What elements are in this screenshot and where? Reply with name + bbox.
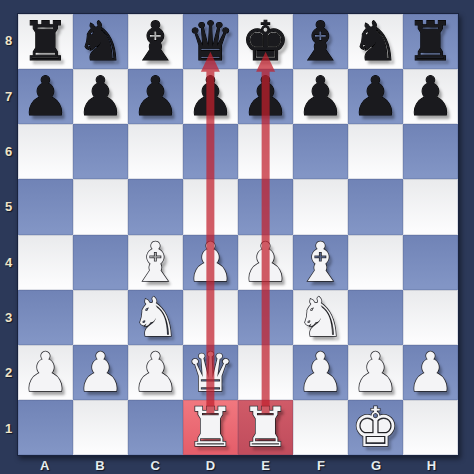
square-e3[interactable] — [238, 290, 293, 345]
square-f4[interactable]: ♝ — [293, 235, 348, 290]
piece-white-pawn-b2[interactable]: ♟ — [76, 345, 124, 400]
square-e7[interactable]: ♟ — [238, 69, 293, 124]
piece-white-pawn-e4[interactable]: ♟ — [241, 235, 289, 290]
square-c5[interactable] — [128, 179, 183, 234]
square-d6[interactable] — [183, 124, 238, 179]
square-h4[interactable] — [403, 235, 458, 290]
piece-black-rook-a8[interactable]: ♜ — [21, 14, 69, 69]
square-g2[interactable]: ♟ — [348, 345, 403, 400]
square-f2[interactable]: ♟ — [293, 345, 348, 400]
square-f7[interactable]: ♟ — [293, 69, 348, 124]
square-c6[interactable] — [128, 124, 183, 179]
rank-label-8: 8 — [0, 13, 17, 68]
piece-black-pawn-d7[interactable]: ♟ — [186, 69, 234, 124]
piece-white-knight-f3[interactable]: ♞ — [296, 290, 344, 345]
square-c8[interactable]: ♝ — [128, 14, 183, 69]
square-g4[interactable] — [348, 235, 403, 290]
file-label-b: B — [72, 456, 127, 474]
square-d5[interactable] — [183, 179, 238, 234]
square-a1[interactable] — [18, 400, 73, 455]
square-c7[interactable]: ♟ — [128, 69, 183, 124]
square-h6[interactable] — [403, 124, 458, 179]
square-g1[interactable]: ♚ — [348, 400, 403, 455]
piece-white-king-g1[interactable]: ♚ — [351, 400, 399, 455]
square-f1[interactable] — [293, 400, 348, 455]
square-g5[interactable] — [348, 179, 403, 234]
piece-white-pawn-f2[interactable]: ♟ — [296, 345, 344, 400]
rank-label-4: 4 — [0, 235, 17, 290]
piece-black-pawn-f7[interactable]: ♟ — [296, 69, 344, 124]
square-a8[interactable]: ♜ — [18, 14, 73, 69]
piece-white-rook-e1[interactable]: ♜ — [241, 400, 289, 455]
square-e6[interactable] — [238, 124, 293, 179]
square-e4[interactable]: ♟ — [238, 235, 293, 290]
square-h5[interactable] — [403, 179, 458, 234]
piece-black-knight-b8[interactable]: ♞ — [76, 14, 124, 69]
file-label-c: C — [128, 456, 183, 474]
file-label-h: H — [404, 456, 459, 474]
square-e5[interactable] — [238, 179, 293, 234]
piece-white-queen-d2[interactable]: ♛ — [186, 345, 234, 400]
rank-label-2: 2 — [0, 345, 17, 400]
piece-white-rook-d1[interactable]: ♜ — [186, 400, 234, 455]
square-e1[interactable]: ♜ — [238, 400, 293, 455]
piece-white-pawn-g2[interactable]: ♟ — [351, 345, 399, 400]
chess-board: ♜♞♝♛♚♝♞♜♟♟♟♟♟♟♟♟♝♟♟♝♞♞♟♟♟♛♟♟♟♜♜♚ — [17, 13, 459, 456]
rank-label-5: 5 — [0, 179, 17, 234]
square-b6[interactable] — [73, 124, 128, 179]
piece-black-pawn-c7[interactable]: ♟ — [131, 69, 179, 124]
square-a3[interactable] — [18, 290, 73, 345]
piece-black-pawn-h7[interactable]: ♟ — [406, 69, 454, 124]
square-h8[interactable]: ♜ — [403, 14, 458, 69]
square-b8[interactable]: ♞ — [73, 14, 128, 69]
piece-black-queen-d8[interactable]: ♛ — [186, 14, 234, 69]
square-c4[interactable]: ♝ — [128, 235, 183, 290]
square-f6[interactable] — [293, 124, 348, 179]
square-d7[interactable]: ♟ — [183, 69, 238, 124]
square-d4[interactable]: ♟ — [183, 235, 238, 290]
piece-white-bishop-f4[interactable]: ♝ — [296, 235, 344, 290]
piece-black-king-e8[interactable]: ♚ — [241, 14, 289, 69]
square-c2[interactable]: ♟ — [128, 345, 183, 400]
square-b5[interactable] — [73, 179, 128, 234]
piece-black-rook-h8[interactable]: ♜ — [406, 14, 454, 69]
piece-white-pawn-d4[interactable]: ♟ — [186, 235, 234, 290]
piece-black-pawn-e7[interactable]: ♟ — [241, 69, 289, 124]
square-f5[interactable] — [293, 179, 348, 234]
square-e8[interactable]: ♚ — [238, 14, 293, 69]
square-b7[interactable]: ♟ — [73, 69, 128, 124]
piece-white-pawn-a2[interactable]: ♟ — [21, 345, 69, 400]
piece-black-pawn-a7[interactable]: ♟ — [21, 69, 69, 124]
board-frame: 87654321 ABCDEFGH ♜♞♝♛♚♝♞♜♟♟♟♟♟♟♟♟♝♟♟♝♞♞… — [0, 0, 474, 474]
piece-white-knight-c3[interactable]: ♞ — [131, 290, 179, 345]
rank-coordinates: 87654321 — [0, 13, 17, 456]
square-h2[interactable]: ♟ — [403, 345, 458, 400]
square-e2[interactable] — [238, 345, 293, 400]
square-b4[interactable] — [73, 235, 128, 290]
square-a4[interactable] — [18, 235, 73, 290]
piece-black-bishop-c8[interactable]: ♝ — [131, 14, 179, 69]
file-label-f: F — [293, 456, 348, 474]
square-a7[interactable]: ♟ — [18, 69, 73, 124]
rank-label-3: 3 — [0, 290, 17, 345]
rank-label-1: 1 — [0, 401, 17, 456]
rank-label-7: 7 — [0, 68, 17, 123]
square-c3[interactable]: ♞ — [128, 290, 183, 345]
square-d2[interactable]: ♛ — [183, 345, 238, 400]
square-a6[interactable] — [18, 124, 73, 179]
square-g3[interactable] — [348, 290, 403, 345]
piece-black-pawn-g7[interactable]: ♟ — [351, 69, 399, 124]
square-h1[interactable] — [403, 400, 458, 455]
square-g7[interactable]: ♟ — [348, 69, 403, 124]
square-d8[interactable]: ♛ — [183, 14, 238, 69]
square-g6[interactable] — [348, 124, 403, 179]
piece-black-pawn-b7[interactable]: ♟ — [76, 69, 124, 124]
square-b3[interactable] — [73, 290, 128, 345]
square-c1[interactable] — [128, 400, 183, 455]
square-b2[interactable]: ♟ — [73, 345, 128, 400]
square-h3[interactable] — [403, 290, 458, 345]
rank-label-6: 6 — [0, 124, 17, 179]
piece-white-bishop-c4[interactable]: ♝ — [131, 235, 179, 290]
square-h7[interactable]: ♟ — [403, 69, 458, 124]
square-g8[interactable]: ♞ — [348, 14, 403, 69]
square-f3[interactable]: ♞ — [293, 290, 348, 345]
square-d3[interactable] — [183, 290, 238, 345]
piece-white-pawn-h2[interactable]: ♟ — [406, 345, 454, 400]
square-f8[interactable]: ♝ — [293, 14, 348, 69]
piece-black-bishop-f8[interactable]: ♝ — [296, 14, 344, 69]
piece-black-knight-g8[interactable]: ♞ — [351, 14, 399, 69]
square-b1[interactable] — [73, 400, 128, 455]
file-label-a: A — [17, 456, 72, 474]
square-a2[interactable]: ♟ — [18, 345, 73, 400]
square-a5[interactable] — [18, 179, 73, 234]
piece-white-pawn-c2[interactable]: ♟ — [131, 345, 179, 400]
square-d1[interactable]: ♜ — [183, 400, 238, 455]
